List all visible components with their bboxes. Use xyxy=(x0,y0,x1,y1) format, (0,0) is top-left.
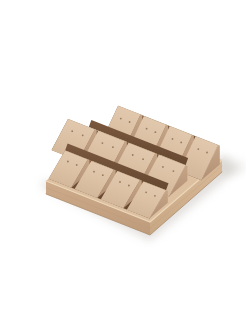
earring-hole-r0c1-1 xyxy=(102,174,104,176)
earring-hole-r0c3-1 xyxy=(154,195,156,197)
earring-hole-r1c0-0 xyxy=(71,130,73,132)
earring-hole-r0c0-1 xyxy=(76,164,78,166)
display-tray-scene xyxy=(0,0,246,328)
earring-hole-r2c3-0 xyxy=(197,148,199,150)
earring-hole-r0c2-0 xyxy=(119,181,121,183)
earring-hole-r1c3-1 xyxy=(173,170,175,172)
earring-hole-r1c3-0 xyxy=(162,166,164,168)
earring-hole-r2c0-0 xyxy=(120,118,122,120)
product-photo xyxy=(0,0,246,328)
earring-hole-r2c2-0 xyxy=(172,138,174,140)
earring-hole-r1c1-0 xyxy=(102,142,104,144)
earring-hole-r0c0-0 xyxy=(67,161,69,163)
earring-hole-r2c1-1 xyxy=(155,131,157,133)
earring-hole-r1c2-0 xyxy=(132,154,134,156)
earring-hole-r1c1-1 xyxy=(112,146,114,148)
earring-hole-r0c2-1 xyxy=(128,185,130,187)
earring-hole-r1c2-1 xyxy=(142,158,144,160)
earring-hole-r0c3-0 xyxy=(145,191,147,193)
earring-hole-r0c1-0 xyxy=(93,171,95,173)
earring-hole-r2c3-1 xyxy=(206,152,208,154)
earring-hole-r2c0-1 xyxy=(129,121,131,123)
earring-hole-r2c2-1 xyxy=(180,142,182,144)
earring-hole-r2c1-0 xyxy=(146,128,148,130)
earring-hole-r1c0-1 xyxy=(82,134,84,136)
